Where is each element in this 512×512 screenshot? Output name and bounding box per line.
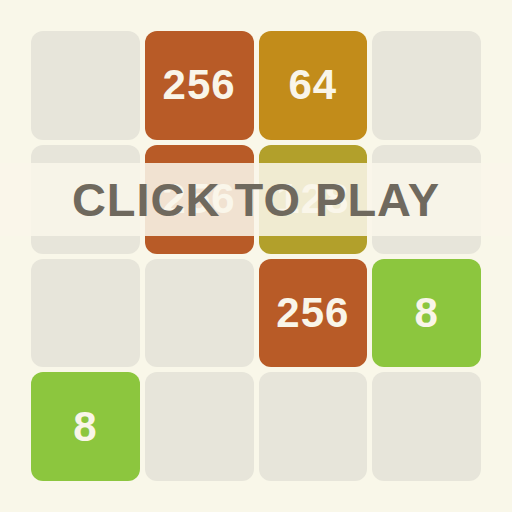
empty-cell-r3c1 — [145, 372, 254, 481]
empty-cell-r2c0 — [31, 259, 140, 368]
tile-8-r2c3: 8 — [372, 259, 481, 368]
tile-256-r0c1: 256 — [145, 31, 254, 140]
tile-64-r0c2: 64 — [259, 31, 368, 140]
empty-cell-r0c3 — [372, 31, 481, 140]
game-2048-screen: 2566425612825688 CLICK TO PLAY — [0, 0, 512, 512]
click-to-play-overlay[interactable]: CLICK TO PLAY — [0, 163, 512, 236]
click-to-play-label: CLICK TO PLAY — [72, 172, 440, 227]
empty-cell-r0c0 — [31, 31, 140, 140]
empty-cell-r3c2 — [259, 372, 368, 481]
empty-cell-r2c1 — [145, 259, 254, 368]
tile-256-r2c2: 256 — [259, 259, 368, 368]
empty-cell-r3c3 — [372, 372, 481, 481]
tile-8-r3c0: 8 — [31, 372, 140, 481]
board-grid: 2566425612825688 — [0, 0, 512, 512]
